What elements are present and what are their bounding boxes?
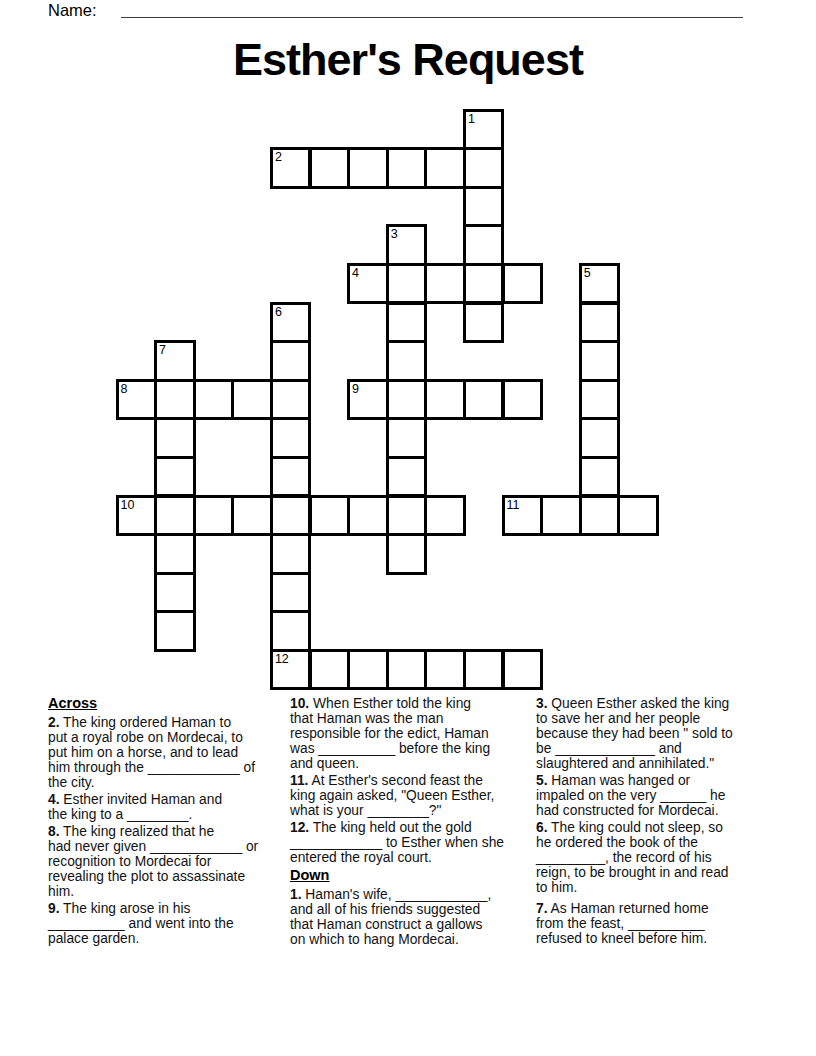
grid-cell-r7c9[interactable]: [463, 379, 505, 421]
grid-cell-r14c6[interactable]: [347, 649, 389, 691]
grid-cell-r10c2[interactable]: [193, 495, 235, 537]
name-fill-in-line[interactable]: [121, 17, 743, 18]
grid-cell-r4c7[interactable]: [386, 263, 428, 305]
grid-cell-r5c12[interactable]: [579, 302, 621, 344]
worksheet-page: Name: Esther's Request 123456789101112 A…: [0, 0, 816, 1056]
grid-cell-r7c10[interactable]: [502, 379, 544, 421]
cell-number-1: 1: [468, 112, 475, 126]
grid-cell-r0c9[interactable]: 1: [463, 109, 505, 151]
grid-cell-r14c5[interactable]: [309, 649, 351, 691]
grid-cell-r8c4[interactable]: [270, 417, 312, 459]
grid-cell-r10c13[interactable]: [617, 495, 659, 537]
cell-number-3: 3: [391, 227, 398, 241]
grid-cell-r8c1[interactable]: [154, 417, 196, 459]
cell-number-6: 6: [275, 305, 282, 319]
grid-cell-r12c4[interactable]: [270, 572, 312, 614]
grid-cell-r1c6[interactable]: [347, 147, 389, 189]
grid-cell-r10c8[interactable]: [424, 495, 466, 537]
grid-cell-r14c7[interactable]: [386, 649, 428, 691]
grid-cell-r3c9[interactable]: [463, 224, 505, 266]
grid-cell-r14c10[interactable]: [502, 649, 544, 691]
grid-cell-r1c9[interactable]: [463, 147, 505, 189]
clue-across-11: 11. At Esther's second feast the king ag…: [290, 773, 533, 818]
grid-cell-r3c7[interactable]: 3: [386, 224, 428, 266]
grid-cell-r9c4[interactable]: [270, 456, 312, 498]
grid-cell-r7c0[interactable]: 8: [116, 379, 158, 421]
grid-cell-r5c9[interactable]: [463, 302, 505, 344]
grid-cell-r8c7[interactable]: [386, 417, 428, 459]
grid-cell-r10c6[interactable]: [347, 495, 389, 537]
grid-cell-r10c7[interactable]: [386, 495, 428, 537]
grid-cell-r4c10[interactable]: [502, 263, 544, 305]
grid-cell-r10c5[interactable]: [309, 495, 351, 537]
grid-cell-r10c4[interactable]: [270, 495, 312, 537]
grid-cell-r7c6[interactable]: 9: [347, 379, 389, 421]
grid-cell-r6c12[interactable]: [579, 340, 621, 382]
down-header: Down: [290, 868, 533, 883]
grid-cell-r1c7[interactable]: [386, 147, 428, 189]
grid-cell-r7c2[interactable]: [193, 379, 235, 421]
grid-cell-r10c11[interactable]: [540, 495, 582, 537]
grid-cell-r4c8[interactable]: [424, 263, 466, 305]
grid-cell-r10c1[interactable]: [154, 495, 196, 537]
grid-cell-r10c3[interactable]: [231, 495, 273, 537]
grid-cell-r9c12[interactable]: [579, 456, 621, 498]
grid-cell-r1c5[interactable]: [309, 147, 351, 189]
grid-cell-r1c4[interactable]: 2: [270, 147, 312, 189]
grid-cell-r11c1[interactable]: [154, 533, 196, 575]
grid-cell-r4c6[interactable]: 4: [347, 263, 389, 305]
clue-across-12: 12. The king held out the gold _________…: [290, 820, 533, 865]
grid-cell-r7c12[interactable]: [579, 379, 621, 421]
name-label: Name:: [48, 1, 97, 20]
cell-number-4: 4: [352, 266, 359, 280]
clue-across-8: 8. The king realized that he had never g…: [48, 824, 285, 899]
grid-cell-r14c9[interactable]: [463, 649, 505, 691]
grid-cell-r7c1[interactable]: [154, 379, 196, 421]
grid-cell-r13c1[interactable]: [154, 610, 196, 652]
cell-number-7: 7: [159, 343, 166, 357]
grid-cell-r11c7[interactable]: [386, 533, 428, 575]
cell-number-10: 10: [121, 498, 135, 512]
crossword-grid: 123456789101112: [117, 110, 658, 690]
grid-cell-r12c1[interactable]: [154, 572, 196, 614]
grid-cell-r7c7[interactable]: [386, 379, 428, 421]
cell-number-12: 12: [275, 652, 289, 666]
grid-cell-r14c8[interactable]: [424, 649, 466, 691]
clue-column-3: 3. Queen Esther asked the king to save h…: [536, 696, 779, 948]
grid-cell-r2c9[interactable]: [463, 186, 505, 228]
clue-down-3: 3. Queen Esther asked the king to save h…: [536, 696, 779, 771]
cell-number-5: 5: [584, 266, 591, 280]
clue-across-9: 9. The king arose in his __________ and …: [48, 901, 285, 946]
clue-across-10: 10. When Esther told the king that Haman…: [290, 696, 533, 771]
cell-number-8: 8: [121, 382, 128, 396]
grid-cell-r7c4[interactable]: [270, 379, 312, 421]
clue-column-2: 10. When Esther told the king that Haman…: [290, 696, 533, 949]
across-header: Across: [48, 696, 285, 711]
grid-cell-r4c9[interactable]: [463, 263, 505, 305]
grid-cell-r6c7[interactable]: [386, 340, 428, 382]
grid-cell-r13c4[interactable]: [270, 610, 312, 652]
clue-down-5: 5. Haman was hanged or impaled on the ve…: [536, 773, 779, 818]
grid-cell-r10c0[interactable]: 10: [116, 495, 158, 537]
cell-number-11: 11: [507, 498, 520, 512]
clue-column-1: Across 2. The king ordered Haman to put …: [48, 696, 285, 948]
grid-cell-r6c4[interactable]: [270, 340, 312, 382]
grid-cell-r10c10[interactable]: 11: [502, 495, 544, 537]
grid-cell-r7c8[interactable]: [424, 379, 466, 421]
clue-down-1: 1. Haman's wife, ____________, and all o…: [290, 887, 533, 947]
clue-down-6: 6. The king could not sleep, so he order…: [536, 820, 779, 895]
grid-cell-r14c4[interactable]: 12: [270, 649, 312, 691]
grid-cell-r9c1[interactable]: [154, 456, 196, 498]
grid-cell-r1c8[interactable]: [424, 147, 466, 189]
cell-number-2: 2: [275, 150, 282, 164]
clue-across-4: 4. Esther invited Haman and the king to …: [48, 792, 285, 822]
grid-cell-r11c4[interactable]: [270, 533, 312, 575]
clue-across-2: 2. The king ordered Haman to put a royal…: [48, 715, 285, 790]
grid-cell-r5c7[interactable]: [386, 302, 428, 344]
grid-cell-r4c12[interactable]: 5: [579, 263, 621, 305]
grid-cell-r8c12[interactable]: [579, 417, 621, 459]
grid-cell-r5c4[interactable]: 6: [270, 302, 312, 344]
grid-cell-r10c12[interactable]: [579, 495, 621, 537]
grid-cell-r7c3[interactable]: [231, 379, 273, 421]
page-title: Esther's Request: [0, 34, 816, 86]
grid-cell-r9c7[interactable]: [386, 456, 428, 498]
clue-down-7: 7. As Haman returned home from the feast…: [536, 901, 779, 946]
grid-cell-r6c1[interactable]: 7: [154, 340, 196, 382]
cell-number-9: 9: [352, 382, 359, 396]
